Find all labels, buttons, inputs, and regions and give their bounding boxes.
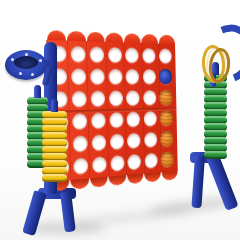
ring-post-tip [34,85,41,98]
scallop-bump [46,30,66,41]
scallop-bump [67,31,86,41]
empty-hole [158,48,172,64]
empty-hole [109,133,125,151]
empty-hole [124,47,139,64]
board-cell [159,128,175,150]
blue-disc [159,69,172,85]
empty-hole [127,153,142,171]
empty-hole [72,157,89,176]
board-cell [107,109,125,131]
board-cell [87,43,106,65]
board-cell [125,130,142,152]
board-cell [69,43,88,66]
orange-disc [159,89,172,105]
board-cell [124,87,142,109]
board-cell [108,152,126,175]
empty-hole [72,134,89,153]
orange-disc [160,110,173,127]
board-cell [89,131,108,154]
empty-hole [89,68,105,86]
empty-hole [126,132,141,150]
hoop-rim-hole [25,53,28,56]
board-cell [159,148,175,170]
scallop-bump [90,177,108,188]
board-cell [141,87,158,108]
empty-hole [108,90,124,108]
empty-hole [71,112,88,130]
empty-hole [143,131,158,148]
scallop-bump [70,178,89,189]
board-cell [157,45,173,66]
scallop-bump [141,34,158,44]
scallop-bump [145,172,162,183]
empty-hole [91,134,107,152]
empty-hole [142,68,157,85]
empty-hole [70,68,87,86]
orange-disc [161,151,174,168]
board-cell [89,109,108,132]
hoop-rim-hole [11,58,14,61]
empty-hole [108,111,124,129]
stacked-ring [204,151,227,159]
empty-hole [70,45,87,63]
hoop-rim-hole [39,59,42,62]
board-cell [143,150,160,172]
board-cell [142,108,159,130]
scallop-bump [86,32,104,42]
board-cell [88,65,107,87]
empty-hole [107,46,123,63]
yellow-ring-stack-left [42,99,67,182]
board-cell [71,154,90,178]
empty-hole [71,90,88,108]
board-cell [140,45,157,66]
board-cell [107,87,125,109]
board-cell [71,132,90,155]
empty-hole [90,90,106,108]
hoop-opening [14,56,38,69]
empty-hole [142,89,157,106]
board-cell [123,44,141,66]
board-cell [125,108,143,130]
hoop-rim-hole [31,73,34,76]
board-cell [90,153,109,176]
hoop-rim-hole [19,72,22,75]
board-cell [141,66,158,87]
board-cell [70,110,89,133]
scallop-bump [109,175,127,186]
board-cell [157,66,173,87]
basketball-hoop-icon [5,50,47,80]
scallop-bump [124,33,141,43]
board-cell [158,87,174,108]
scallop-bump [162,171,178,181]
empty-hole [144,152,159,170]
board-cell [158,107,174,128]
empty-hole [90,112,106,130]
scallop-bump [127,174,144,185]
board-cell [142,129,159,151]
scallop-bump [105,32,123,42]
empty-hole [126,111,141,128]
board-cell [124,66,142,88]
empty-hole [107,68,123,85]
board-cell [70,88,89,111]
board-cell [126,151,143,174]
stacked-ring [42,174,67,182]
empty-hole [143,110,158,127]
empty-hole [125,89,140,106]
empty-hole [141,47,156,64]
board-cell [106,66,124,88]
ring-post-tip [51,99,58,112]
board-cell [108,130,126,153]
board-cell [106,44,124,66]
board-cell [69,65,88,88]
board-cell [88,88,107,110]
empty-hole [89,46,105,63]
orange-disc [160,130,173,147]
empty-hole [125,68,140,85]
empty-hole [91,155,107,173]
product-photo-giant-connect-four [0,0,240,240]
empty-hole [109,154,125,172]
